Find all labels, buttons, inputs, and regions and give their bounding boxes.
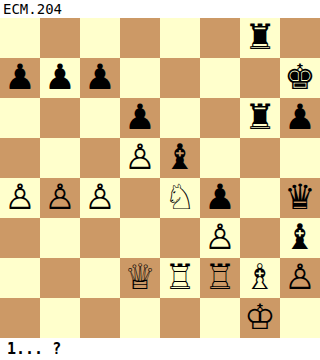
square-c7[interactable]: ♟ (80, 58, 120, 98)
square-e3[interactable] (160, 218, 200, 258)
square-e8[interactable] (160, 18, 200, 58)
square-e1[interactable] (160, 298, 200, 338)
piece-white-P-f3[interactable]: ♙ (204, 218, 235, 257)
square-g6[interactable]: ♜ (240, 98, 280, 138)
square-c8[interactable] (80, 18, 120, 58)
square-h3[interactable]: ♝ (280, 218, 320, 258)
square-b3[interactable] (40, 218, 80, 258)
square-a8[interactable] (0, 18, 40, 58)
square-d8[interactable] (120, 18, 160, 58)
square-g5[interactable] (240, 138, 280, 178)
square-a7[interactable]: ♟ (0, 58, 40, 98)
square-d5[interactable]: ♙ (120, 138, 160, 178)
square-b8[interactable] (40, 18, 80, 58)
piece-white-P-h2[interactable]: ♙ (284, 258, 315, 297)
footer-bar: 1... ? (0, 338, 320, 360)
square-h8[interactable] (280, 18, 320, 58)
piece-black-R-g8[interactable]: ♜ (244, 18, 275, 57)
piece-black-P-f4[interactable]: ♟ (204, 178, 235, 217)
square-b1[interactable] (40, 298, 80, 338)
square-e6[interactable] (160, 98, 200, 138)
square-a3[interactable] (0, 218, 40, 258)
piece-white-R-e2[interactable]: ♖ (164, 258, 195, 297)
square-h5[interactable] (280, 138, 320, 178)
square-e4[interactable]: ♘ (160, 178, 200, 218)
square-b6[interactable] (40, 98, 80, 138)
piece-white-P-a4[interactable]: ♙ (4, 178, 35, 217)
square-d1[interactable] (120, 298, 160, 338)
square-c2[interactable] (80, 258, 120, 298)
piece-black-Q-h4[interactable]: ♛ (284, 178, 315, 217)
square-h1[interactable] (280, 298, 320, 338)
square-a6[interactable] (0, 98, 40, 138)
move-prompt: 1... ? (0, 338, 61, 360)
square-d6[interactable]: ♟ (120, 98, 160, 138)
square-e7[interactable] (160, 58, 200, 98)
square-g3[interactable] (240, 218, 280, 258)
piece-white-B-g2[interactable]: ♗ (244, 258, 275, 297)
square-f7[interactable] (200, 58, 240, 98)
piece-black-P-c7[interactable]: ♟ (84, 58, 115, 97)
square-g8[interactable]: ♜ (240, 18, 280, 58)
square-g4[interactable] (240, 178, 280, 218)
piece-black-K-h7[interactable]: ♚ (284, 58, 315, 97)
square-g1[interactable]: ♔ (240, 298, 280, 338)
square-b2[interactable] (40, 258, 80, 298)
square-d3[interactable] (120, 218, 160, 258)
piece-white-K-g1[interactable]: ♔ (244, 298, 275, 337)
piece-white-N-e4[interactable]: ♘ (164, 178, 195, 217)
piece-black-B-e5[interactable]: ♝ (164, 138, 195, 177)
square-h7[interactable]: ♚ (280, 58, 320, 98)
square-f4[interactable]: ♟ (200, 178, 240, 218)
square-a4[interactable]: ♙ (0, 178, 40, 218)
square-b5[interactable] (40, 138, 80, 178)
square-c1[interactable] (80, 298, 120, 338)
piece-black-B-h3[interactable]: ♝ (284, 218, 315, 257)
piece-white-P-b4[interactable]: ♙ (44, 178, 75, 217)
piece-black-P-b7[interactable]: ♟ (44, 58, 75, 97)
square-a1[interactable] (0, 298, 40, 338)
square-h2[interactable]: ♙ (280, 258, 320, 298)
piece-black-P-d6[interactable]: ♟ (124, 98, 155, 137)
square-c5[interactable] (80, 138, 120, 178)
piece-black-P-h6[interactable]: ♟ (284, 98, 315, 137)
square-c6[interactable] (80, 98, 120, 138)
square-d2[interactable]: ♕ (120, 258, 160, 298)
square-b7[interactable]: ♟ (40, 58, 80, 98)
square-h6[interactable]: ♟ (280, 98, 320, 138)
square-f6[interactable] (200, 98, 240, 138)
puzzle-id: ECM.204 (0, 0, 62, 18)
piece-black-P-a7[interactable]: ♟ (4, 58, 35, 97)
chess-board: ♜♟♟♟♚♟♜♟♙♝♙♙♙♘♟♛♙♝♕♖♖♗♙♔ (0, 18, 320, 338)
square-g2[interactable]: ♗ (240, 258, 280, 298)
square-b4[interactable]: ♙ (40, 178, 80, 218)
square-f1[interactable] (200, 298, 240, 338)
header-bar: ECM.204 (0, 0, 320, 18)
square-g7[interactable] (240, 58, 280, 98)
piece-white-P-c4[interactable]: ♙ (84, 178, 115, 217)
square-a2[interactable] (0, 258, 40, 298)
piece-white-Q-d2[interactable]: ♕ (124, 258, 155, 297)
square-h4[interactable]: ♛ (280, 178, 320, 218)
piece-black-R-g6[interactable]: ♜ (244, 98, 275, 137)
square-f8[interactable] (200, 18, 240, 58)
piece-white-R-f2[interactable]: ♖ (204, 258, 235, 297)
square-f3[interactable]: ♙ (200, 218, 240, 258)
square-e5[interactable]: ♝ (160, 138, 200, 178)
piece-white-P-d5[interactable]: ♙ (124, 138, 155, 177)
square-a5[interactable] (0, 138, 40, 178)
square-f2[interactable]: ♖ (200, 258, 240, 298)
square-c3[interactable] (80, 218, 120, 258)
square-d7[interactable] (120, 58, 160, 98)
square-e2[interactable]: ♖ (160, 258, 200, 298)
square-c4[interactable]: ♙ (80, 178, 120, 218)
square-f5[interactable] (200, 138, 240, 178)
square-d4[interactable] (120, 178, 160, 218)
